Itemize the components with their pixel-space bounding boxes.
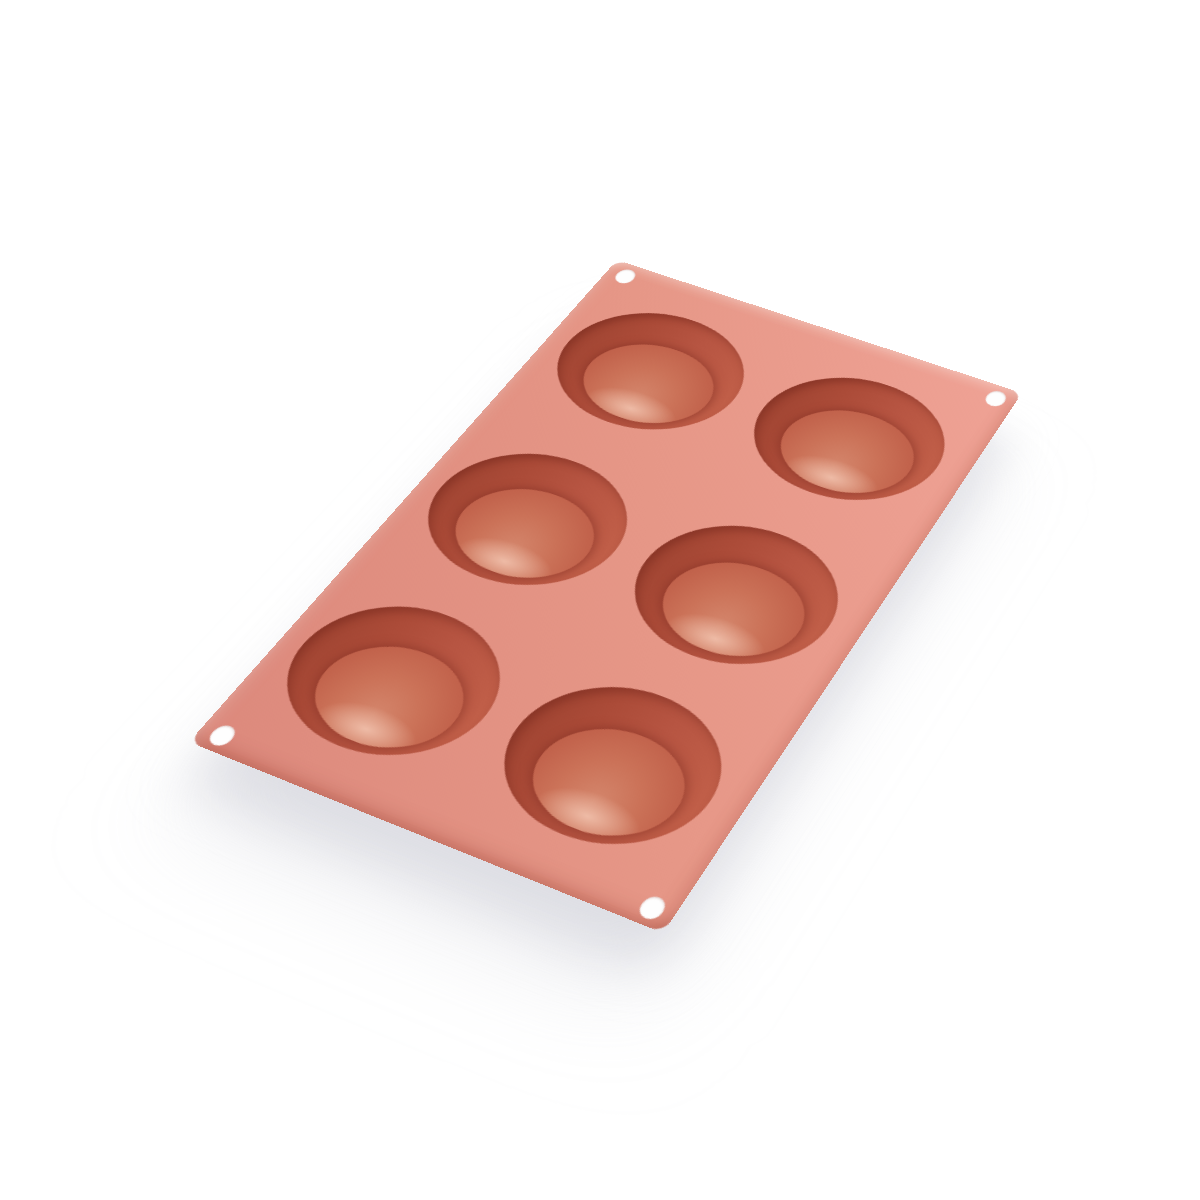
corner-hole-3 — [205, 722, 240, 748]
mold-cavity-r2c2 — [599, 502, 870, 689]
mold-cavity-r2c1 — [392, 431, 662, 609]
cavity-floor — [288, 629, 489, 766]
cavity-floor — [561, 330, 734, 438]
cavity-floor — [507, 711, 709, 856]
cavity-floor — [640, 546, 827, 674]
cavity-floor — [431, 473, 617, 594]
product-photo-background — [0, 0, 1200, 1200]
mold-cavity-r3c1 — [246, 582, 537, 783]
corner-hole-2 — [982, 388, 1009, 408]
cavity-floor — [760, 396, 934, 509]
corner-hole-1 — [611, 267, 639, 285]
mold-cavity-r3c2 — [464, 661, 756, 873]
mold-cavity-r1c2 — [722, 357, 973, 523]
corner-hole-4 — [635, 893, 670, 922]
mold-cavity-r1c1 — [524, 293, 775, 451]
